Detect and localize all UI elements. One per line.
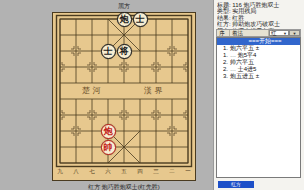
side-filter-dropdown[interactable]: 红 ▼ bbox=[269, 30, 289, 36]
move-text: 炮六平五 ± bbox=[230, 45, 259, 52]
move-text: … 炮5平4 bbox=[230, 52, 256, 59]
move-row[interactable]: 2.… 士4进5 bbox=[217, 66, 300, 73]
move-text: 帅六平五 bbox=[230, 59, 254, 66]
move-text: 炮五进五 ± bbox=[230, 73, 259, 80]
piece-red-d3[interactable]: 炮 bbox=[101, 124, 116, 139]
red-side-caption: 红方 炮巧胜炮双士(红先胜) bbox=[88, 183, 160, 190]
chevron-down-icon: ▼ bbox=[283, 31, 287, 36]
move-row[interactable]: 1.… 炮5平4 bbox=[217, 52, 300, 59]
move-number: 1. bbox=[217, 45, 228, 52]
move-column-header: 着法 bbox=[230, 30, 269, 36]
black-side-caption: 黑方 bbox=[118, 2, 130, 11]
move-list-header: 序 着法 红 ▼ ▼ bbox=[216, 29, 301, 37]
move-row[interactable]: 2.帅六平五 bbox=[217, 59, 300, 66]
move-number: 1. bbox=[217, 52, 228, 59]
move-number-column-header: 序 bbox=[217, 30, 230, 36]
turn-badge: 红方 bbox=[218, 181, 254, 188]
move-row-selected[interactable]: ===开始=== bbox=[217, 38, 300, 45]
move-number bbox=[217, 38, 228, 45]
piece-grid[interactable]: 炮士士将炮帥 bbox=[52, 11, 196, 171]
app-window: 黑方 楚 河 漢 界 九八七六五四三二一 炮士士将炮帥 红方 炮巧胜炮双士(红先… bbox=[0, 0, 304, 190]
move-row[interactable]: 3.炮五进五 ± bbox=[217, 73, 300, 80]
piece-black-e8[interactable]: 将 bbox=[117, 44, 132, 59]
xiangqi-board[interactable]: 楚 河 漢 界 九八七六五四三二一 炮士士将炮帥 bbox=[52, 12, 196, 181]
piece-red-d2[interactable]: 帥 bbox=[101, 140, 116, 155]
extra-dropdown-button[interactable]: ▼ bbox=[289, 30, 300, 36]
move-text: … 士4进5 bbox=[230, 66, 256, 73]
move-number: 3. bbox=[217, 73, 228, 80]
move-row[interactable]: 1.炮六平五 ± bbox=[217, 45, 300, 52]
move-number: 2. bbox=[217, 66, 228, 73]
piece-black-f10[interactable]: 士 bbox=[133, 12, 148, 27]
piece-black-e10[interactable]: 炮 bbox=[117, 12, 132, 27]
move-text: ===开始=== bbox=[230, 38, 300, 45]
piece-black-d8[interactable]: 士 bbox=[101, 44, 116, 59]
move-number: 2. bbox=[217, 59, 228, 66]
side-filter-value: 红 bbox=[271, 30, 277, 37]
right-panel: 标题: 116 炮巧胜炮双士 类型: 实用残局 结果: 红胜 红方: 帅助炮攻巧… bbox=[213, 0, 304, 190]
move-list[interactable]: ===开始===1.炮六平五 ±1.… 炮5平42.帅六平五2.… 士4进53.… bbox=[216, 37, 301, 178]
